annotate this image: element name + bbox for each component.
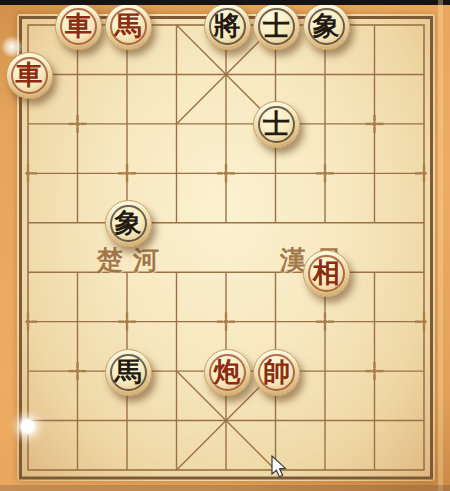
piece-glyph: 炮 <box>214 359 241 386</box>
piece-glyph: 士 <box>263 13 290 40</box>
piece-black-general-e10[interactable]: 將 <box>204 3 251 50</box>
piece-red-cannon-e3[interactable]: 炮 <box>204 349 251 396</box>
piece-glyph: 帥 <box>263 359 290 386</box>
river-label-left: 楚河 <box>73 243 193 278</box>
piece-red-elephant-g5[interactable]: 相 <box>303 250 350 297</box>
piece-glyph: 將 <box>214 13 241 40</box>
piece-black-elephant-c6[interactable]: 象 <box>105 200 152 247</box>
mouse-cursor-icon <box>270 455 290 479</box>
piece-black-elephant-g10[interactable]: 象 <box>303 3 350 50</box>
bottom-edge-shade <box>0 485 450 491</box>
highlight-dot <box>21 420 34 433</box>
piece-glyph: 車 <box>16 62 43 89</box>
piece-glyph: 馬 <box>115 13 142 40</box>
xiangqi-app-screen: 楚河 漢界 車馬將士象車士象相馬炮帥 <box>0 0 450 491</box>
sparkle-effect <box>1 36 23 58</box>
piece-red-chariot-a9[interactable]: 車 <box>6 52 53 99</box>
wood-edge-sheen <box>438 0 443 491</box>
piece-red-horse-c10[interactable]: 馬 <box>105 3 152 50</box>
top-black-strip <box>0 0 450 5</box>
piece-glyph: 相 <box>313 260 340 287</box>
piece-black-advisor-f10[interactable]: 士 <box>253 3 300 50</box>
piece-glyph: 士 <box>263 111 290 138</box>
piece-glyph: 象 <box>115 210 142 237</box>
piece-red-chariot-b10[interactable]: 車 <box>55 3 102 50</box>
piece-glyph: 象 <box>313 13 340 40</box>
piece-red-general-f3[interactable]: 帥 <box>253 349 300 396</box>
piece-glyph: 馬 <box>115 359 142 386</box>
board-grid <box>0 0 450 491</box>
piece-glyph: 車 <box>65 13 92 40</box>
piece-black-horse-c3[interactable]: 馬 <box>105 349 152 396</box>
